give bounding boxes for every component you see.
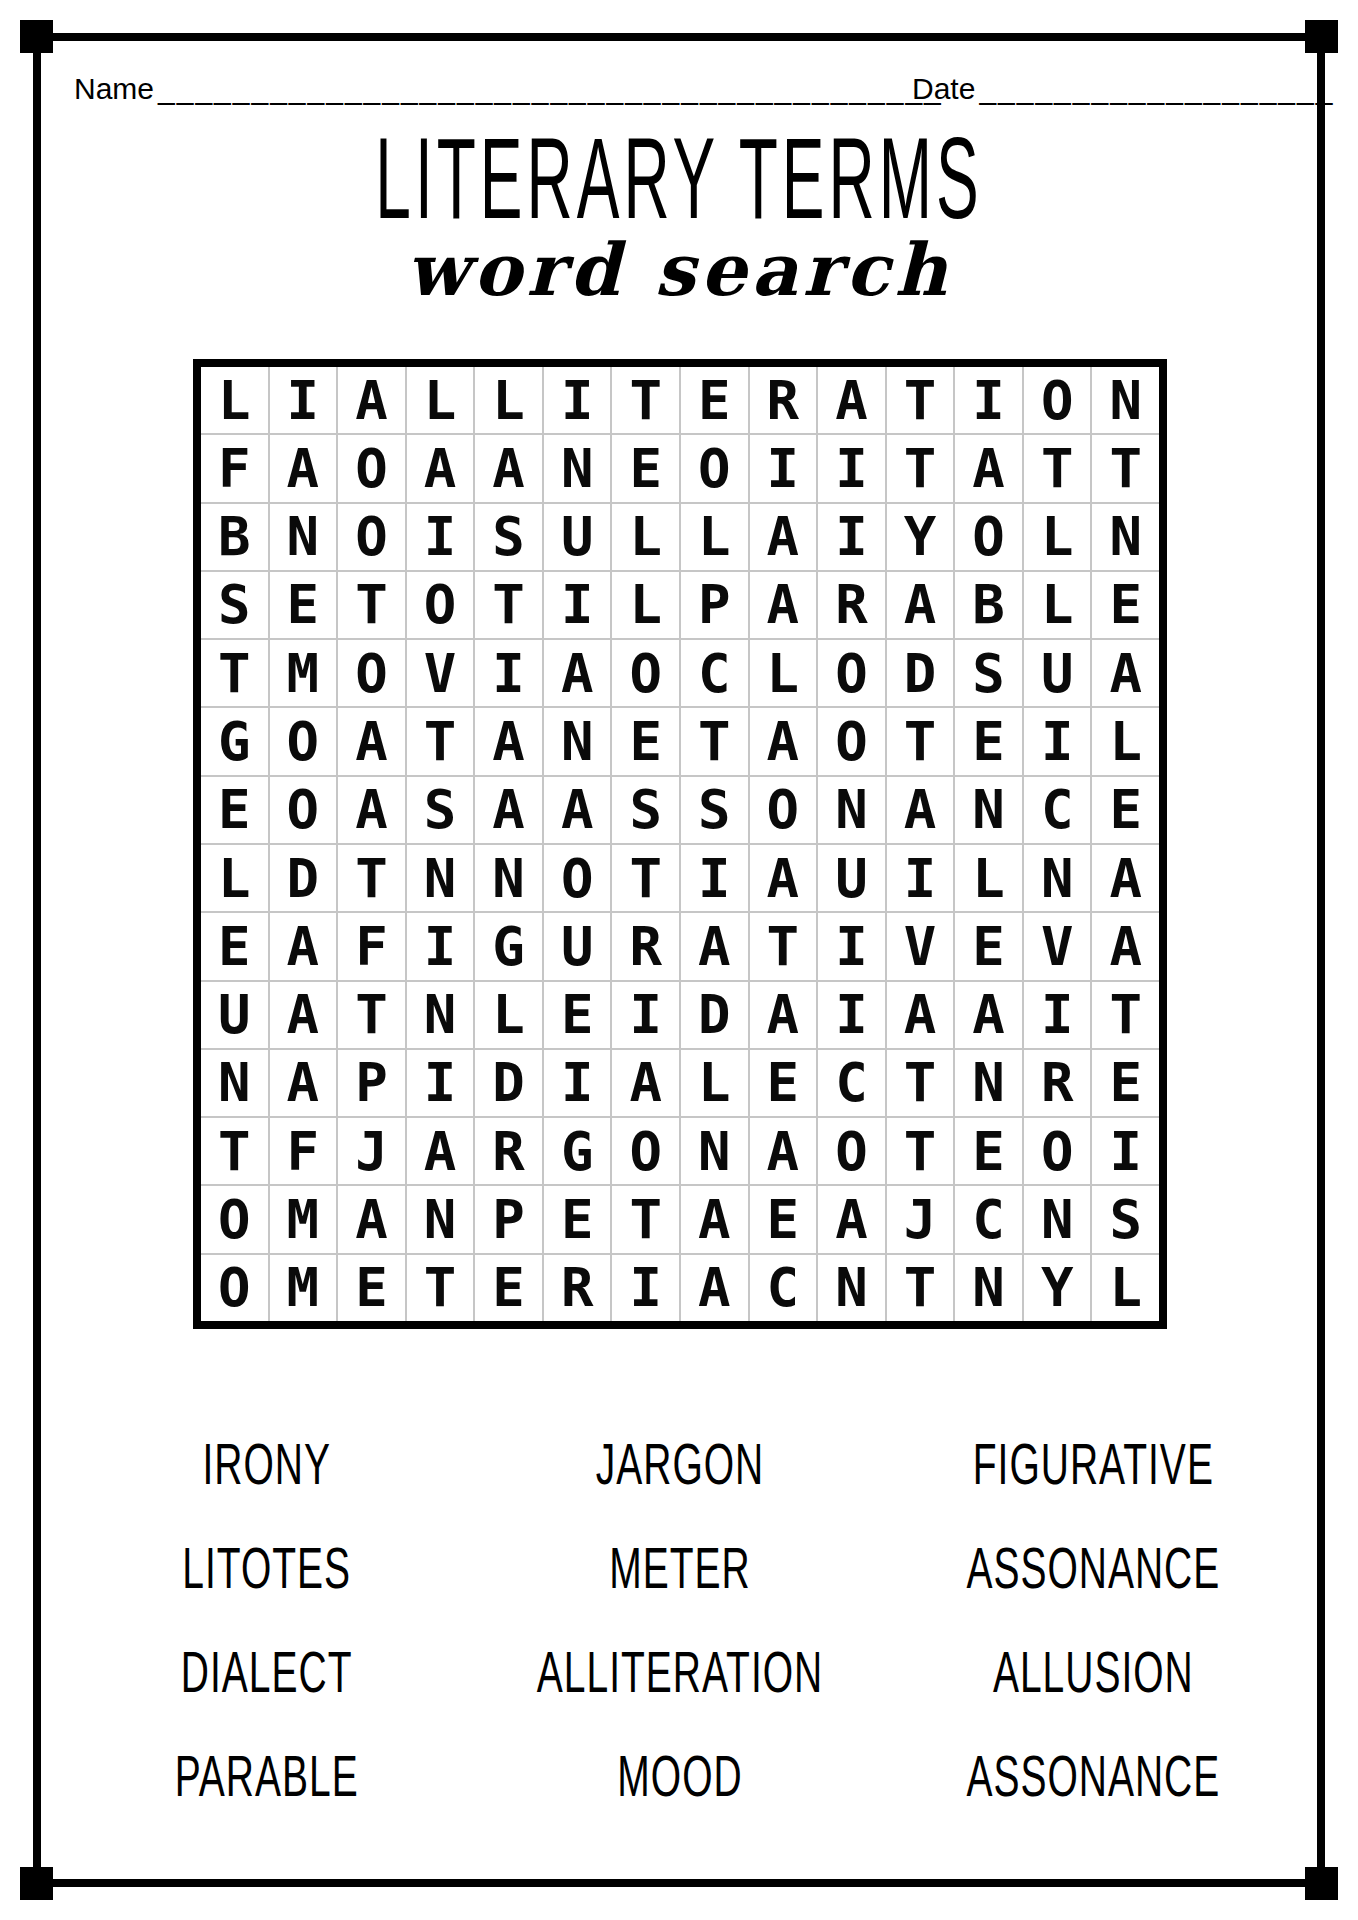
grid-cell[interactable]: A — [544, 777, 611, 843]
grid-cell[interactable]: P — [475, 1186, 542, 1252]
grid-cell[interactable]: N — [544, 708, 611, 774]
grid-cell[interactable]: F — [201, 435, 268, 501]
grid-cell[interactable]: T — [612, 367, 679, 433]
grid-cell[interactable]: A — [750, 982, 817, 1048]
grid-cell[interactable]: M — [270, 1255, 337, 1321]
grid-cell[interactable]: T — [887, 1050, 954, 1116]
grid-cell[interactable]: E — [270, 572, 337, 638]
word-list-item: ALLITERATION — [537, 1641, 824, 1705]
grid-cell[interactable]: L — [1024, 504, 1091, 570]
grid-cell[interactable]: O — [201, 1186, 268, 1252]
grid-cell[interactable]: R — [1024, 1050, 1091, 1116]
grid-cell[interactable]: E — [1092, 777, 1159, 843]
grid-cell[interactable]: A — [544, 640, 611, 706]
grid-cell[interactable]: O — [612, 640, 679, 706]
grid-cell[interactable]: N — [407, 1186, 474, 1252]
grid-cell[interactable]: N — [1024, 1186, 1091, 1252]
grid-cell[interactable]: M — [270, 640, 337, 706]
grid-cell[interactable]: N — [955, 777, 1022, 843]
grid-cell[interactable]: N — [818, 1255, 885, 1321]
grid-cell[interactable]: L — [612, 504, 679, 570]
date-field-group: Date ___________________ — [912, 72, 1334, 106]
grid-cell[interactable]: T — [407, 1255, 474, 1321]
grid-cell[interactable]: A — [955, 435, 1022, 501]
grid-cell[interactable]: T — [475, 572, 542, 638]
word-list: IRONYJARGONFIGURATIVELITOTESMETERASSONAN… — [60, 1413, 1300, 1829]
grid-cell[interactable]: N — [201, 1050, 268, 1116]
grid-cell[interactable]: E — [544, 1186, 611, 1252]
grid-cell[interactable]: N — [955, 1255, 1022, 1321]
grid-cell[interactable]: Y — [887, 504, 954, 570]
grid-cell[interactable]: I — [612, 1255, 679, 1321]
grid-cell[interactable]: T — [887, 708, 954, 774]
grid-cell[interactable]: I — [270, 367, 337, 433]
grid-cell[interactable]: T — [338, 982, 405, 1048]
grid-cell[interactable]: E — [681, 367, 748, 433]
grid-cell[interactable]: I — [407, 1050, 474, 1116]
grid-cell[interactable]: L — [1092, 1255, 1159, 1321]
page-subtitle: word search — [0, 234, 1358, 306]
grid-cell[interactable]: I — [1024, 708, 1091, 774]
grid-cell[interactable]: G — [201, 708, 268, 774]
grid-cell[interactable]: T — [338, 572, 405, 638]
grid-cell[interactable]: I — [681, 845, 748, 911]
grid-cell[interactable]: D — [887, 640, 954, 706]
grid-cell[interactable]: O — [407, 572, 474, 638]
grid-cell[interactable]: A — [338, 777, 405, 843]
grid-cell[interactable]: I — [818, 435, 885, 501]
grid-cell[interactable]: N — [544, 435, 611, 501]
word-list-item: IRONY — [202, 1433, 331, 1497]
grid-cell[interactable]: G — [475, 913, 542, 979]
grid-cell[interactable]: A — [681, 913, 748, 979]
grid-cell[interactable]: E — [201, 913, 268, 979]
grid-cell[interactable]: T — [750, 913, 817, 979]
grid-cell[interactable]: A — [270, 982, 337, 1048]
grid-cell[interactable]: A — [612, 1050, 679, 1116]
grid-cell[interactable]: I — [818, 504, 885, 570]
worksheet-page: Name ___________________________________… — [0, 0, 1358, 1920]
grid-cell[interactable]: A — [750, 845, 817, 911]
grid-cell[interactable]: A — [338, 1186, 405, 1252]
grid-cell[interactable]: T — [887, 1118, 954, 1184]
grid-cell[interactable]: E — [612, 708, 679, 774]
grid-cell[interactable]: R — [544, 1255, 611, 1321]
grid-cell[interactable]: R — [818, 572, 885, 638]
grid-cell[interactable]: A — [475, 777, 542, 843]
grid-cell[interactable]: S — [955, 640, 1022, 706]
grid-cell[interactable]: U — [201, 982, 268, 1048]
corner-square-top-left — [20, 20, 53, 53]
grid-cell[interactable]: A — [338, 367, 405, 433]
grid-cell[interactable]: E — [475, 1255, 542, 1321]
grid-cell[interactable]: U — [818, 845, 885, 911]
grid-cell[interactable]: L — [407, 367, 474, 433]
grid-cell[interactable]: A — [750, 572, 817, 638]
corner-square-bottom-right — [1305, 1867, 1338, 1900]
name-label: Name — [74, 72, 154, 106]
grid-cell[interactable]: E — [750, 1050, 817, 1116]
grid-cell[interactable]: P — [681, 572, 748, 638]
grid-cell[interactable]: I — [1092, 1118, 1159, 1184]
grid-cell[interactable]: T — [1092, 435, 1159, 501]
grid-cell[interactable]: A — [887, 982, 954, 1048]
grid-cell[interactable]: I — [612, 982, 679, 1048]
grid-cell[interactable]: A — [1092, 640, 1159, 706]
grid-cell[interactable]: O — [338, 504, 405, 570]
grid-cell[interactable]: P — [338, 1050, 405, 1116]
grid-cell[interactable]: A — [1092, 913, 1159, 979]
word-list-item: METER — [609, 1537, 751, 1601]
grid-cell[interactable]: Y — [1024, 1255, 1091, 1321]
grid-cell[interactable]: E — [201, 777, 268, 843]
grid-cell[interactable]: A — [750, 708, 817, 774]
grid-cell[interactable]: R — [475, 1118, 542, 1184]
grid-cell[interactable]: U — [544, 913, 611, 979]
grid-cell[interactable]: L — [955, 845, 1022, 911]
grid-cell[interactable]: L — [475, 367, 542, 433]
grid-cell[interactable]: L — [750, 640, 817, 706]
grid-cell[interactable]: U — [544, 504, 611, 570]
grid-cell[interactable]: O — [1024, 1118, 1091, 1184]
grid-cell[interactable]: D — [681, 982, 748, 1048]
grid-cell[interactable]: T — [407, 708, 474, 774]
corner-square-bottom-left — [20, 1867, 53, 1900]
grid-cell[interactable]: A — [681, 1255, 748, 1321]
grid-cell[interactable]: D — [270, 845, 337, 911]
grid-cell[interactable]: I — [544, 367, 611, 433]
grid-cell[interactable]: N — [818, 777, 885, 843]
grid-cell[interactable]: O — [338, 640, 405, 706]
grid-cell[interactable]: I — [887, 845, 954, 911]
grid-cell[interactable]: T — [887, 435, 954, 501]
grid-cell[interactable]: U — [1024, 640, 1091, 706]
grid-cell[interactable]: T — [612, 845, 679, 911]
grid-cell[interactable]: L — [1024, 572, 1091, 638]
grid-cell[interactable]: S — [1092, 1186, 1159, 1252]
grid-cell[interactable]: A — [475, 708, 542, 774]
grid-cell[interactable]: R — [750, 367, 817, 433]
grid-cell[interactable]: N — [407, 845, 474, 911]
word-list-item: JARGON — [596, 1433, 765, 1497]
grid-cell[interactable]: L — [201, 367, 268, 433]
grid-cell[interactable]: E — [750, 1186, 817, 1252]
grid-cell[interactable]: C — [818, 1050, 885, 1116]
grid-cell[interactable]: V — [407, 640, 474, 706]
grid-cell[interactable]: I — [818, 982, 885, 1048]
grid-cell[interactable]: C — [681, 640, 748, 706]
date-blank-line[interactable]: ___________________ — [979, 72, 1334, 106]
grid-cell[interactable]: A — [818, 1186, 885, 1252]
grid-cell[interactable]: C — [1024, 777, 1091, 843]
page-title: LITERARY TERMS — [0, 121, 1358, 236]
grid-cell[interactable]: I — [818, 913, 885, 979]
word-grid: LIALLITERATIONFAOAANEOIITATTBNOISULLAIYO… — [193, 359, 1167, 1329]
grid-cell[interactable]: I — [544, 1050, 611, 1116]
grid-cell[interactable]: E — [1092, 1050, 1159, 1116]
grid-cell[interactable]: I — [750, 435, 817, 501]
grid-cell[interactable]: O — [270, 777, 337, 843]
grid-cell[interactable]: G — [544, 1118, 611, 1184]
grid-cell[interactable]: N — [270, 504, 337, 570]
grid-cell[interactable]: N — [955, 1050, 1022, 1116]
grid-cell[interactable]: N — [1024, 845, 1091, 911]
grid-cell[interactable]: A — [270, 913, 337, 979]
grid-cell[interactable]: T — [201, 640, 268, 706]
grid-cell[interactable]: A — [955, 982, 1022, 1048]
word-list-item: ALLUSION — [993, 1641, 1194, 1705]
grid-cell[interactable]: S — [681, 777, 748, 843]
grid-cell[interactable]: I — [407, 504, 474, 570]
grid-cell[interactable]: A — [1092, 845, 1159, 911]
grid-cell[interactable]: J — [887, 1186, 954, 1252]
grid-cell[interactable]: T — [681, 708, 748, 774]
grid-cell[interactable]: T — [338, 845, 405, 911]
grid-cell[interactable]: R — [612, 913, 679, 979]
word-list-item: ASSONANCE — [966, 1745, 1220, 1809]
grid-cell[interactable]: E — [338, 1255, 405, 1321]
grid-cell[interactable]: N — [407, 982, 474, 1048]
grid-cell[interactable]: C — [955, 1186, 1022, 1252]
grid-cell[interactable]: J — [338, 1118, 405, 1184]
grid-cell[interactable]: V — [1024, 913, 1091, 979]
grid-cell[interactable]: A — [338, 708, 405, 774]
grid-cell[interactable]: O — [681, 435, 748, 501]
grid-cell[interactable]: A — [407, 435, 474, 501]
grid-cell[interactable]: A — [681, 1186, 748, 1252]
grid-cell[interactable]: T — [201, 1118, 268, 1184]
grid-cell[interactable]: C — [750, 1255, 817, 1321]
grid-cell[interactable]: B — [955, 572, 1022, 638]
grid-cell[interactable]: L — [201, 845, 268, 911]
grid-cell[interactable]: N — [1092, 367, 1159, 433]
date-label: Date — [912, 72, 975, 106]
grid-cell[interactable]: N — [681, 1118, 748, 1184]
grid-cell[interactable]: O — [612, 1118, 679, 1184]
grid-cell[interactable]: E — [1092, 572, 1159, 638]
grid-cell[interactable]: L — [681, 1050, 748, 1116]
grid-cell[interactable]: O — [818, 708, 885, 774]
grid-cell[interactable]: T — [1024, 435, 1091, 501]
grid-cell[interactable]: I — [475, 640, 542, 706]
grid-cell[interactable]: E — [955, 913, 1022, 979]
grid-cell[interactable]: L — [475, 982, 542, 1048]
grid-cell[interactable]: A — [270, 1050, 337, 1116]
grid-cell[interactable]: T — [612, 1186, 679, 1252]
grid-cell[interactable]: E — [612, 435, 679, 501]
grid-cell[interactable]: A — [750, 1118, 817, 1184]
grid-cell[interactable]: L — [612, 572, 679, 638]
grid-cell[interactable]: N — [1092, 504, 1159, 570]
grid-cell[interactable]: F — [270, 1118, 337, 1184]
corner-square-top-right — [1305, 20, 1338, 53]
grid-cell[interactable]: I — [407, 913, 474, 979]
grid-cell[interactable]: O — [338, 435, 405, 501]
grid-cell[interactable]: O — [1024, 367, 1091, 433]
word-list-item: LITOTES — [182, 1537, 351, 1601]
grid-cell[interactable]: O — [201, 1255, 268, 1321]
grid-cell[interactable]: B — [201, 504, 268, 570]
grid-cell[interactable]: A — [270, 435, 337, 501]
name-blank-line[interactable]: ________________________________________… — [158, 72, 943, 106]
grid-cell[interactable]: O — [818, 1118, 885, 1184]
grid-cell[interactable]: T — [1092, 982, 1159, 1048]
word-list-item: DIALECT — [181, 1641, 353, 1705]
grid-cell[interactable]: A — [407, 1118, 474, 1184]
grid-cell[interactable]: S — [612, 777, 679, 843]
word-list-item: MOOD — [617, 1745, 742, 1809]
grid-cell[interactable]: A — [887, 572, 954, 638]
grid-cell[interactable]: T — [887, 367, 954, 433]
grid-cell[interactable]: O — [270, 708, 337, 774]
grid-cell[interactable]: O — [750, 777, 817, 843]
grid-cell[interactable]: A — [887, 777, 954, 843]
grid-cell[interactable]: E — [955, 708, 1022, 774]
word-list-item: ASSONANCE — [966, 1537, 1220, 1601]
grid-cell[interactable]: V — [887, 913, 954, 979]
word-list-item: FIGURATIVE — [973, 1433, 1214, 1497]
grid-cell[interactable]: O — [955, 504, 1022, 570]
grid-cell[interactable]: I — [1024, 982, 1091, 1048]
grid-cell[interactable]: I — [544, 572, 611, 638]
grid-cell[interactable]: E — [544, 982, 611, 1048]
grid-cell[interactable]: O — [818, 640, 885, 706]
grid-cell[interactable]: S — [475, 504, 542, 570]
grid-cell[interactable]: L — [681, 504, 748, 570]
grid-cell[interactable]: L — [1092, 708, 1159, 774]
grid-cell[interactable]: F — [338, 913, 405, 979]
grid-cell[interactable]: I — [955, 367, 1022, 433]
grid-cell[interactable]: T — [887, 1255, 954, 1321]
grid-cell[interactable]: A — [750, 504, 817, 570]
name-field-group: Name ___________________________________… — [74, 72, 943, 106]
grid-cell[interactable]: E — [955, 1118, 1022, 1184]
grid-cell[interactable]: D — [475, 1050, 542, 1116]
word-list-item: PARABLE — [175, 1745, 359, 1809]
grid-cell[interactable]: A — [475, 435, 542, 501]
grid-cell[interactable]: N — [475, 845, 542, 911]
grid-cell[interactable]: S — [201, 572, 268, 638]
grid-cell[interactable]: O — [544, 845, 611, 911]
grid-cell[interactable]: A — [818, 367, 885, 433]
grid-cell[interactable]: S — [407, 777, 474, 843]
grid-cell[interactable]: M — [270, 1186, 337, 1252]
